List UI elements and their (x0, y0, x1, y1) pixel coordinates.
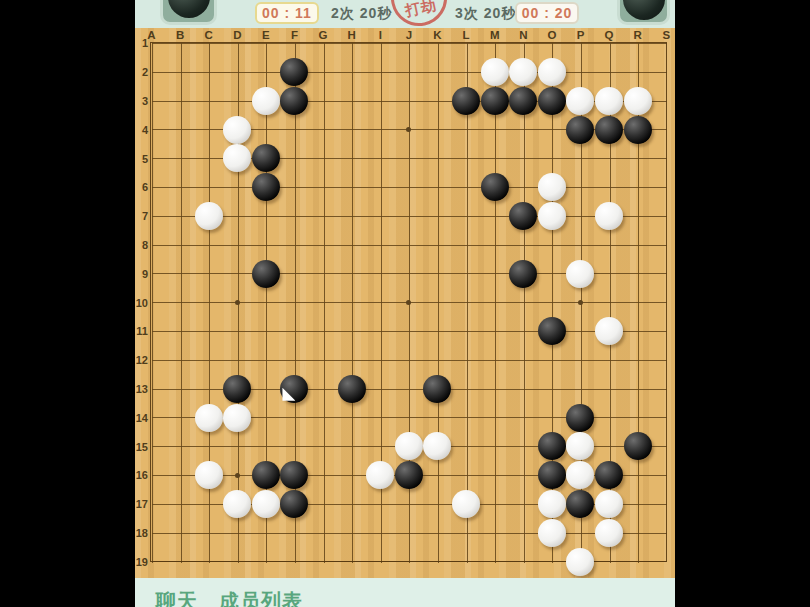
stone-white-J15 (395, 432, 423, 460)
stone-black-O3 (538, 87, 566, 115)
timer-left: 00 : 11 (255, 2, 319, 24)
stone-white-D14 (223, 404, 251, 432)
stone-white-Q11 (595, 317, 623, 345)
star-point-J4 (406, 127, 411, 132)
bottom-bar: 聊天 成员列表 (135, 578, 675, 607)
go-board[interactable]: ABCDEFGHIJKLMNOPQRS 12345678910111213141… (135, 28, 675, 578)
star-point-P10 (578, 300, 583, 305)
stone-white-Q3 (595, 87, 623, 115)
player-avatar-left[interactable] (160, 0, 217, 25)
stone-white-P3 (566, 87, 594, 115)
stone-black-E6 (252, 173, 280, 201)
stone-white-Q17 (595, 490, 623, 518)
stone-black-M6 (481, 173, 509, 201)
stone-white-L17 (452, 490, 480, 518)
stone-white-E17 (252, 490, 280, 518)
stone-white-P16 (566, 461, 594, 489)
byoyomi-right-label: 3次 20秒 (455, 5, 516, 23)
stone-white-R3 (624, 87, 652, 115)
stone-white-D5 (223, 144, 251, 172)
stone-black-F16 (280, 461, 308, 489)
stone-white-O18 (538, 519, 566, 547)
stone-black-F17 (280, 490, 308, 518)
stone-black-J16 (395, 461, 423, 489)
stone-white-M2 (481, 58, 509, 86)
stone-black-D13 (223, 375, 251, 403)
stone-black-L3 (452, 87, 480, 115)
stone-black-K13 (423, 375, 451, 403)
ko-stamp-icon: 打劫 (386, 0, 452, 31)
members-tab[interactable]: 成员列表 (219, 588, 303, 607)
star-point-D16 (235, 473, 240, 478)
last-move-marker (282, 388, 295, 401)
stone-white-P9 (566, 260, 594, 288)
stone-white-D17 (223, 490, 251, 518)
stone-black-N9 (509, 260, 537, 288)
stone-black-N3 (509, 87, 537, 115)
stone-white-O2 (538, 58, 566, 86)
stone-black-E9 (252, 260, 280, 288)
go-app-window: 00 : 11 2次 20秒 打劫 3次 20秒 00 : 20 ABCDEFG… (135, 0, 675, 607)
stone-black-F3 (280, 87, 308, 115)
stone-white-C14 (195, 404, 223, 432)
stone-black-O15 (538, 432, 566, 460)
stone-black-E16 (252, 461, 280, 489)
stone-white-P15 (566, 432, 594, 460)
stone-white-O6 (538, 173, 566, 201)
timer-right: 00 : 20 (515, 2, 579, 24)
byoyomi-left-label: 2次 20秒 (331, 5, 392, 23)
stone-white-O7 (538, 202, 566, 230)
ko-stamp-label: 打劫 (404, 0, 439, 21)
stone-black-F13 (280, 375, 308, 403)
stone-black-F2 (280, 58, 308, 86)
stone-white-E3 (252, 87, 280, 115)
stone-white-P19 (566, 548, 594, 576)
chat-tab[interactable]: 聊天 (156, 588, 198, 607)
timer-left-value: 00 : 11 (262, 5, 312, 21)
stone-white-K15 (423, 432, 451, 460)
stone-black-Q16 (595, 461, 623, 489)
stone-black-N7 (509, 202, 537, 230)
star-point-D10 (235, 300, 240, 305)
stone-black-P4 (566, 116, 594, 144)
stone-white-N2 (509, 58, 537, 86)
stone-black-R4 (624, 116, 652, 144)
stone-white-C7 (195, 202, 223, 230)
stone-black-E5 (252, 144, 280, 172)
stone-black-Q4 (595, 116, 623, 144)
player-avatar-right[interactable] (617, 0, 670, 25)
timer-right-value: 00 : 20 (522, 5, 573, 21)
stone-black-H13 (338, 375, 366, 403)
stone-white-I16 (366, 461, 394, 489)
stone-white-Q7 (595, 202, 623, 230)
stone-white-O17 (538, 490, 566, 518)
star-point-J10 (406, 300, 411, 305)
stone-black-P17 (566, 490, 594, 518)
stone-white-Q18 (595, 519, 623, 547)
stone-black-M3 (481, 87, 509, 115)
stone-white-C16 (195, 461, 223, 489)
stone-white-D4 (223, 116, 251, 144)
stone-black-O16 (538, 461, 566, 489)
stone-black-R15 (624, 432, 652, 460)
stone-black-P14 (566, 404, 594, 432)
black-stone-avatar-icon (168, 0, 210, 18)
stone-layer (137, 29, 675, 576)
game-header: 00 : 11 2次 20秒 打劫 3次 20秒 00 : 20 (135, 0, 675, 28)
stone-black-O11 (538, 317, 566, 345)
black-stone-avatar-icon (623, 0, 665, 20)
